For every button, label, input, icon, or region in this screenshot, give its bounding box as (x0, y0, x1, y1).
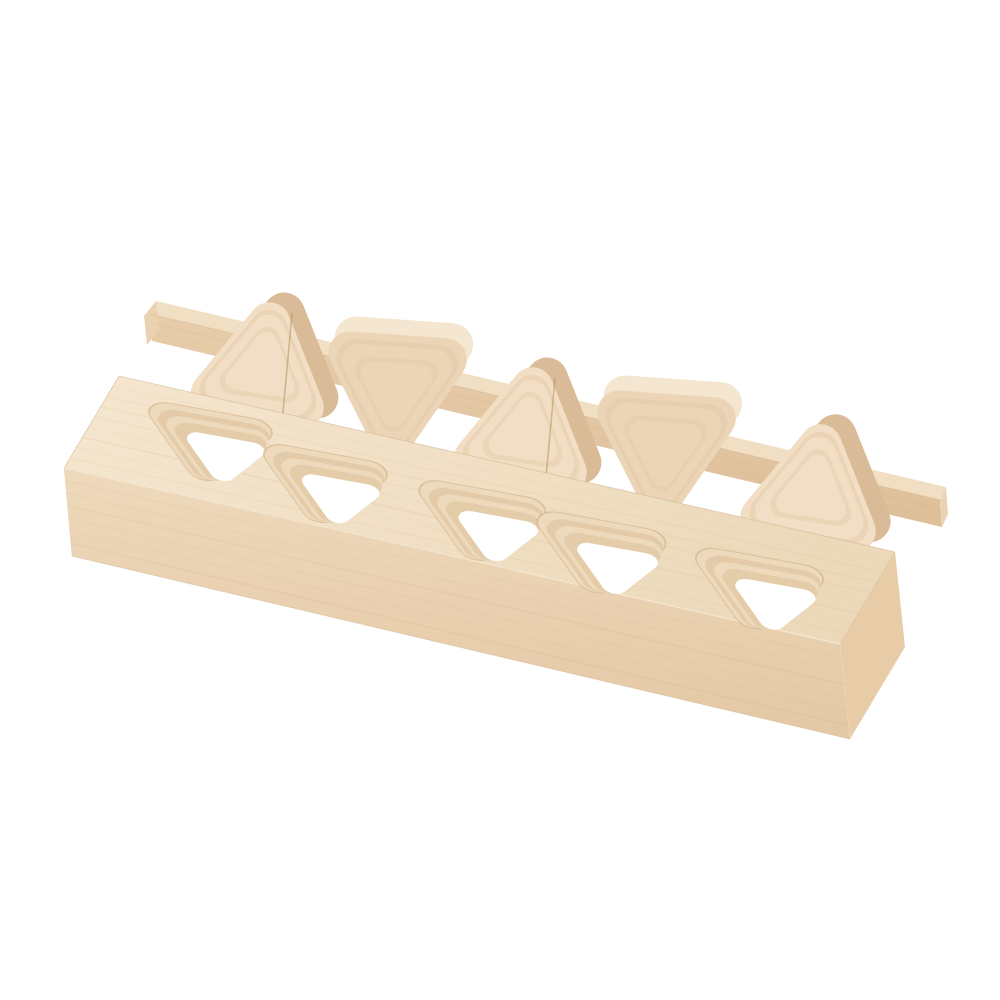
piece-2[interactable] (344, 338, 451, 440)
product-photo (0, 0, 1000, 1000)
piece-5[interactable] (762, 428, 882, 531)
puzzle-scene (0, 0, 1000, 1000)
piece-4[interactable] (613, 397, 720, 499)
